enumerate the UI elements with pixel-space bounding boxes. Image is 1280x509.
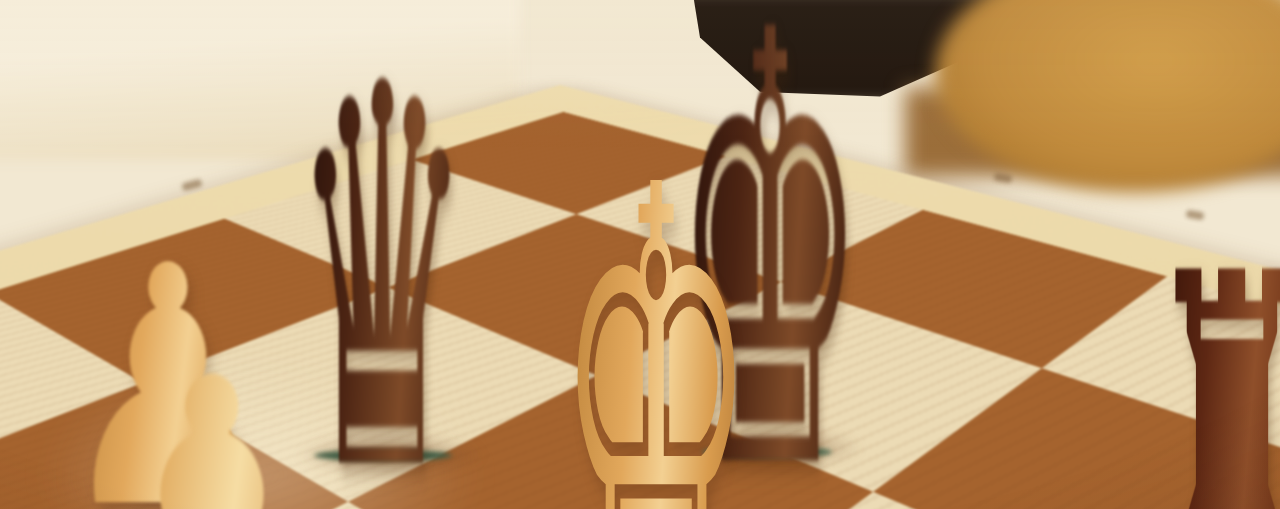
chess-photo: { "game": "chess", "scene": { "image_typ… bbox=[0, 0, 1280, 509]
black-rook-piece: ♜ bbox=[1142, 219, 1280, 509]
white-king-piece: ♚ bbox=[556, 115, 757, 509]
white-pawn-piece: ♟ bbox=[62, 325, 361, 509]
